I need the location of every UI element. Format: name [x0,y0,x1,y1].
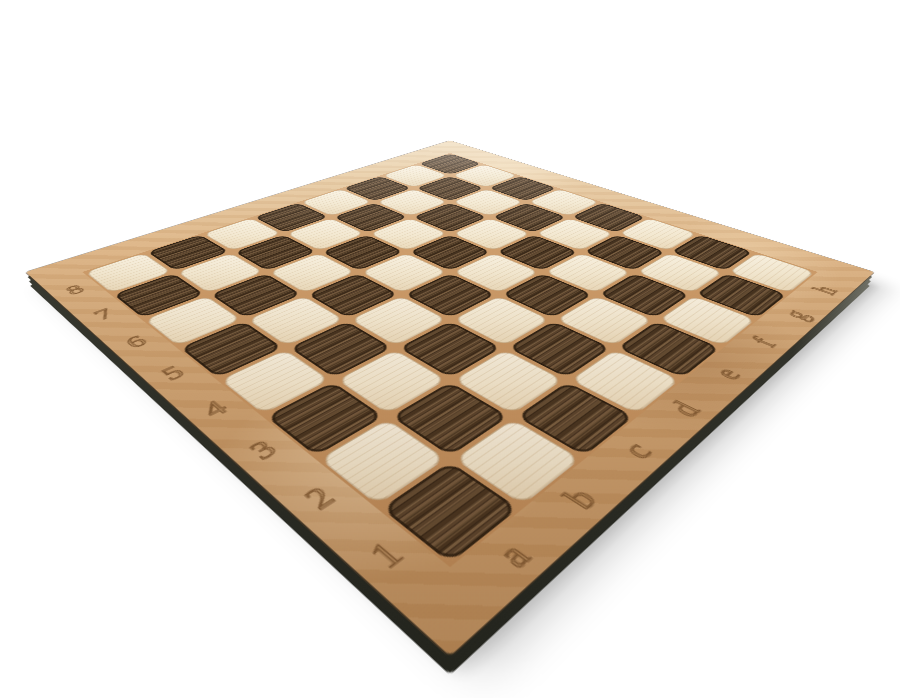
cell-g1 [693,272,790,319]
file-label-d: d [638,380,731,442]
rank-label-2: 2 [265,459,377,543]
rank-label-6: 6 [97,319,177,366]
square-f1 [659,296,756,346]
rank-label-1: 1 [325,508,450,609]
cell-a4 [217,348,334,417]
square-a7 [113,273,204,318]
square-a6 [145,296,242,346]
square-a1 [381,462,518,564]
square-d4 [404,273,495,318]
playing-area [82,153,817,567]
cell-c3 [395,319,504,379]
square-b2 [391,382,508,456]
cell-c2 [450,348,567,417]
square-b4 [289,321,392,378]
cell-c4 [347,294,450,347]
rank-labels: 87654321 [41,272,450,609]
cell-f1 [656,294,759,347]
cell-c5 [304,272,401,319]
cell-d1 [567,348,684,417]
square-c4 [350,296,447,346]
square-e2 [556,296,653,346]
chess-board: abcdefgh 87654321 [26,141,875,657]
cell-b3 [333,348,450,417]
square-e1 [617,321,720,378]
file-label-e: e [683,348,769,402]
cell-f2 [596,272,693,319]
square-f2 [599,273,690,318]
square-c1 [516,382,633,456]
cell-d2 [505,319,614,379]
cell-e1 [614,319,723,379]
square-b1 [454,419,581,505]
cell-b1 [450,416,585,508]
square-a2 [319,419,446,505]
cell-a3 [262,380,387,459]
chessboard-product-photo: abcdefgh 87654321 [0,0,900,698]
file-label-f: f [723,319,803,366]
cell-c1 [513,380,638,459]
square-d1 [570,350,680,414]
square-a3 [266,382,383,456]
square-c2 [454,350,564,414]
cell-b2 [387,380,512,459]
square-d3 [453,296,550,346]
rank-label-3: 3 [213,416,315,488]
rank-label-4: 4 [169,380,262,442]
file-labels: abcdefgh [450,272,859,609]
perspective-scene: abcdefgh 87654321 [0,0,900,698]
square-b3 [337,350,447,414]
square-e3 [502,273,593,318]
cell-d4 [401,272,498,319]
square-grid [82,153,817,567]
file-label-c: c [585,416,687,488]
cell-a7 [110,272,207,319]
cell-d3 [450,294,553,347]
cell-b6 [207,272,304,319]
square-a4 [220,350,330,414]
file-label-b: b [523,459,635,543]
square-a5 [180,321,283,378]
square-c5 [307,273,398,318]
square-d2 [508,321,611,378]
cell-a1 [377,459,523,567]
square-b6 [210,273,301,318]
cell-e2 [553,294,656,347]
cell-a2 [315,416,450,508]
square-b5 [247,296,344,346]
square-c3 [399,321,502,378]
cell-a5 [177,319,286,379]
cell-a6 [141,294,244,347]
file-label-a: a [450,508,575,609]
cell-b5 [244,294,347,347]
cell-b4 [286,319,395,379]
cell-e3 [499,272,596,319]
rank-label-5: 5 [131,348,217,402]
square-g1 [696,273,787,318]
